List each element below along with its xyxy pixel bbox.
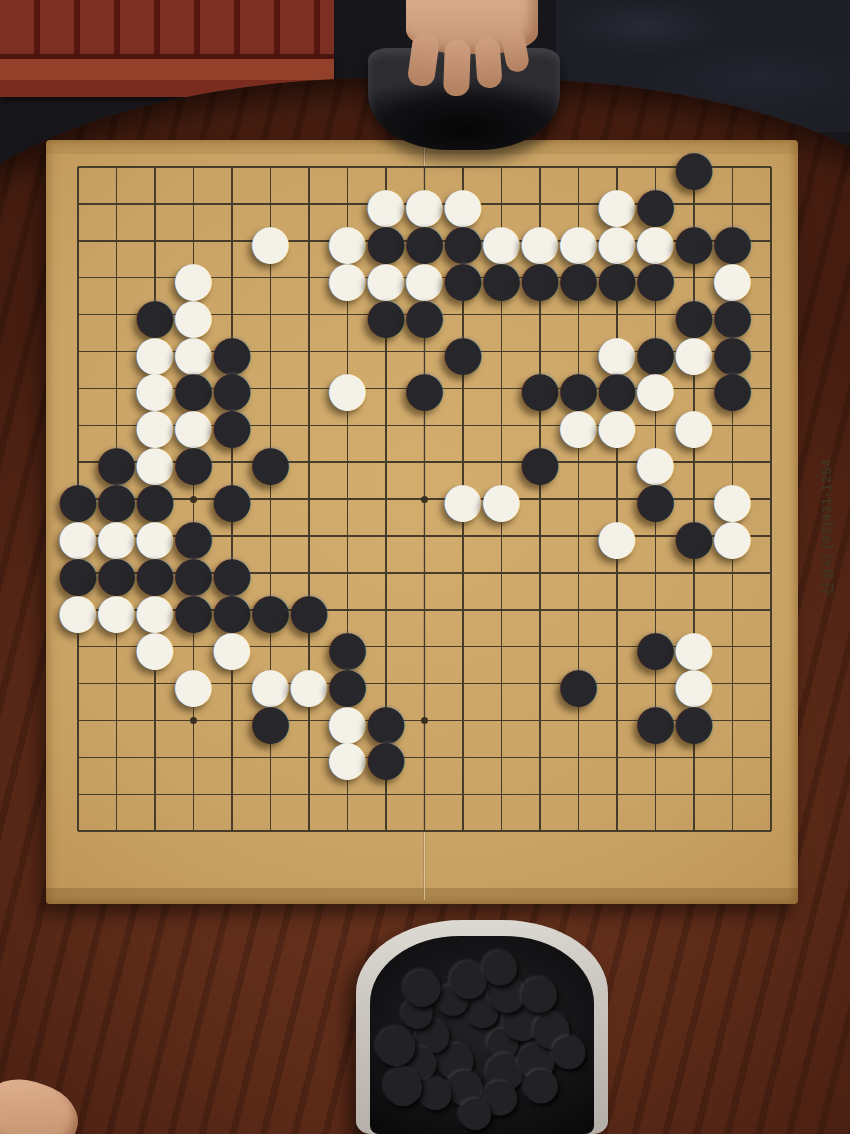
black-stone: ● [555,660,603,708]
grid-line-horizontal [78,757,771,759]
bowl-black-stone: ● [550,1028,588,1071]
bowl-black-stone: ● [381,1058,425,1108]
black-stone: ● [247,697,295,745]
white-stone: ● [170,660,218,708]
grid-line-vertical [770,167,772,831]
white-stone: ● [478,475,526,523]
star-point [421,717,428,724]
bowl-black-stone: ● [480,942,519,987]
go-board: 신성사 (02)431-1254 ●●●●●●●●●●●●●●●●●●●●●●●… [46,140,798,904]
bowl-black-stone: ● [457,1091,493,1132]
hand-finger [474,37,502,89]
hand-finger [443,40,471,97]
white-stone: ● [593,512,641,560]
white-stone: ● [247,217,295,265]
black-stone: ● [670,697,718,745]
grid-line-horizontal [78,794,771,796]
black-stone: ● [401,364,449,412]
player-hand [388,0,568,92]
grid-line-horizontal [78,830,771,832]
board-maker-text: 신성사 (02)431-1254 [818,375,836,595]
white-bowl-of-black-stones: ●●●●●●●●●●●●●●●●●●●●●●●● [356,920,608,1134]
star-point [190,496,197,503]
white-stone: ● [324,364,372,412]
bowl-black-stone: ● [519,968,559,1014]
black-stone: ● [362,733,410,781]
star-point [421,496,428,503]
star-point [190,717,197,724]
bowl-interior: ●●●●●●●●●●●●●●●●●●●●●●●● [370,936,594,1134]
bowl-black-stone: ● [401,960,443,1008]
white-stone: ● [709,512,757,560]
